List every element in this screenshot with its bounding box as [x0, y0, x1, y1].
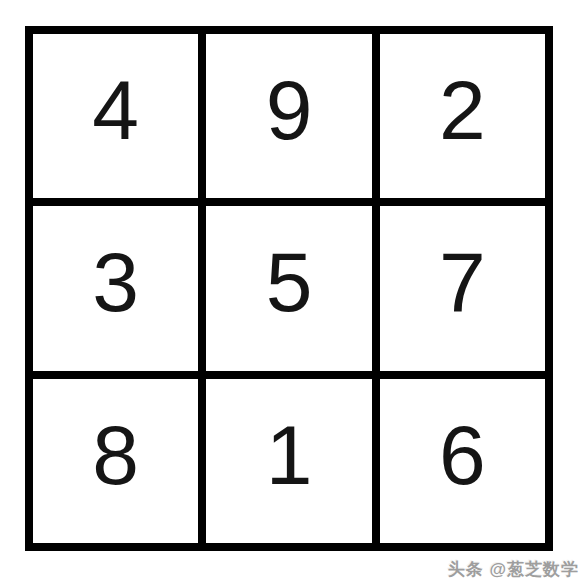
cell-value: 8 [92, 413, 139, 497]
cell-value: 2 [439, 68, 486, 152]
cell-r2c2: 5 [206, 206, 371, 370]
cell-r1c2: 9 [206, 34, 371, 198]
cell-r3c1: 8 [33, 379, 198, 543]
cell-r2c3: 7 [380, 206, 545, 370]
cell-value: 4 [92, 68, 139, 152]
cell-r1c3: 2 [380, 34, 545, 198]
watermark-text: 头条 @葱芝数学 [448, 558, 579, 581]
cell-value: 7 [439, 240, 486, 324]
cell-r1c1: 4 [33, 34, 198, 198]
cell-value: 1 [266, 413, 313, 497]
magic-square-board: 4 9 2 3 5 7 8 1 6 [25, 26, 553, 551]
cell-value: 3 [92, 240, 139, 324]
cell-value: 6 [439, 413, 486, 497]
cell-r2c1: 3 [33, 206, 198, 370]
cell-r3c2: 1 [206, 379, 371, 543]
magic-square-diagram: 4 9 2 3 5 7 8 1 6 头条 @葱芝数学 [0, 0, 583, 583]
cell-value: 9 [266, 68, 313, 152]
cell-value: 5 [266, 240, 313, 324]
cell-r3c3: 6 [380, 379, 545, 543]
